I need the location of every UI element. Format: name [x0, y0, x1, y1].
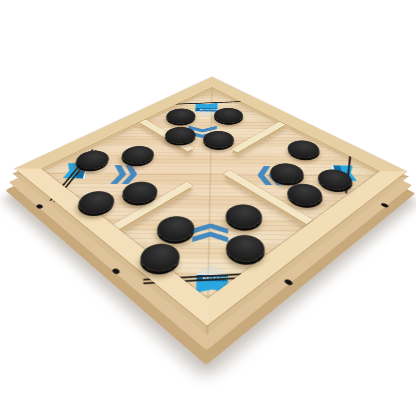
puck[interactable]	[133, 238, 188, 277]
puck[interactable]	[70, 147, 115, 173]
puck[interactable]	[116, 142, 161, 168]
puck[interactable]	[161, 105, 202, 126]
puck[interactable]	[208, 105, 249, 126]
puck[interactable]	[116, 177, 164, 207]
puck[interactable]	[72, 186, 121, 217]
puck[interactable]	[150, 211, 202, 246]
game-board: BALGAMESBALGAMES	[13, 80, 409, 335]
puck[interactable]	[281, 137, 325, 162]
puck[interactable]	[218, 199, 269, 232]
puck[interactable]	[218, 229, 272, 266]
puck[interactable]	[197, 127, 240, 151]
product-photo-background: BALGAMESBALGAMES	[0, 0, 416, 416]
pucks-layer	[13, 80, 409, 335]
puck[interactable]	[159, 123, 202, 146]
